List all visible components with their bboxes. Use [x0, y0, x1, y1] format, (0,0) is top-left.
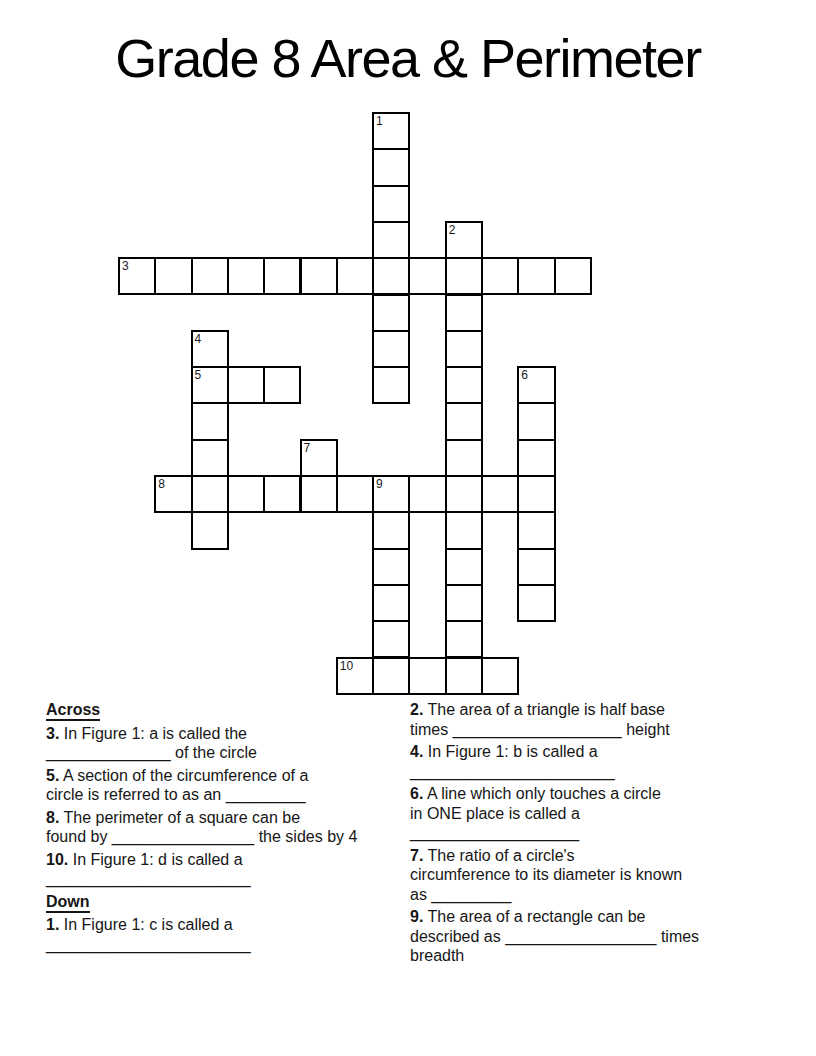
crossword-cell[interactable]: 10	[336, 657, 374, 695]
clue-item-number: 10.	[46, 851, 68, 868]
crossword-cell[interactable]	[445, 402, 483, 440]
clue-number: 10	[340, 659, 353, 673]
crossword-cell[interactable]	[263, 257, 301, 295]
clue-item-text: The area of a rectangle can be described…	[410, 908, 699, 964]
crossword-cell[interactable]: 3	[118, 257, 156, 295]
clue-item-number: 5.	[46, 767, 59, 784]
clue-item-10: 10. In Figure 1: d is called a _________…	[46, 850, 398, 889]
crossword-grid: 12345678910	[0, 0, 816, 700]
clue-item-number: 3.	[46, 725, 59, 742]
clues-across-header: Across	[46, 700, 398, 720]
clue-item-text: The ratio of a circle's circumference to…	[410, 847, 682, 903]
clue-item-number: 8.	[46, 809, 59, 826]
crossword-cell[interactable]	[445, 330, 483, 368]
crossword-cell[interactable]	[336, 257, 374, 295]
crossword-cell[interactable]	[191, 439, 229, 477]
crossword-cell[interactable]	[227, 366, 265, 404]
clue-item-number: 9.	[410, 908, 423, 925]
crossword-cell[interactable]	[408, 257, 446, 295]
clues-column-left: Across3. In Figure 1: a is called the __…	[46, 700, 398, 957]
clue-item-number: 1.	[46, 916, 59, 933]
clue-item-4: 4. In Figure 1: b is called a __________…	[410, 742, 800, 781]
crossword-cell[interactable]: 4	[191, 330, 229, 368]
crossword-cell[interactable]	[481, 475, 519, 513]
clue-item-text: In Figure 1: a is called the ___________…	[46, 725, 257, 762]
clue-number: 1	[376, 114, 383, 128]
clues-column-right: 2. The area of a triangle is half base t…	[410, 700, 800, 969]
crossword-cell[interactable]	[517, 475, 555, 513]
clue-item-7: 7. The ratio of a circle's circumference…	[410, 846, 800, 905]
clue-item-3: 3. In Figure 1: a is called the ________…	[46, 724, 398, 763]
crossword-cell[interactable]	[517, 439, 555, 477]
crossword-cell[interactable]	[336, 475, 374, 513]
crossword-cell[interactable]: 5	[191, 366, 229, 404]
crossword-cell[interactable]	[372, 657, 410, 695]
crossword-cell[interactable]	[372, 148, 410, 186]
clue-item-1: 1. In Figure 1: c is called a __________…	[46, 915, 398, 954]
crossword-cell[interactable]: 1	[372, 112, 410, 150]
crossword-cell[interactable]	[445, 294, 483, 332]
crossword-cell[interactable]	[191, 257, 229, 295]
clue-number: 2	[449, 223, 456, 237]
crossword-cell[interactable]	[445, 257, 483, 295]
crossword-cell[interactable]: 2	[445, 221, 483, 259]
crossword-cell[interactable]	[445, 584, 483, 622]
crossword-cell[interactable]	[445, 439, 483, 477]
crossword-cell[interactable]: 8	[154, 475, 192, 513]
crossword-cell[interactable]	[154, 257, 192, 295]
crossword-cell[interactable]	[191, 402, 229, 440]
crossword-cell[interactable]	[517, 402, 555, 440]
crossword-cell[interactable]	[445, 548, 483, 586]
clue-number: 8	[158, 477, 165, 491]
clues-down-header: Down	[46, 892, 398, 912]
crossword-cell[interactable]	[191, 475, 229, 513]
crossword-cell[interactable]: 7	[300, 439, 338, 477]
crossword-cell[interactable]	[517, 548, 555, 586]
crossword-cell[interactable]	[372, 620, 410, 658]
crossword-cell[interactable]	[263, 366, 301, 404]
clue-item-5: 5. A section of the circumference of a c…	[46, 766, 398, 805]
crossword-cell[interactable]	[372, 548, 410, 586]
crossword-cell[interactable]	[300, 475, 338, 513]
clue-number: 3	[122, 259, 129, 273]
crossword-cell[interactable]	[372, 257, 410, 295]
crossword-cell[interactable]	[300, 257, 338, 295]
crossword-cell[interactable]	[372, 366, 410, 404]
clue-number: 4	[195, 332, 202, 346]
clue-number: 5	[195, 368, 202, 382]
crossword-cell[interactable]	[372, 221, 410, 259]
clue-item-8: 8. The perimeter of a square can be foun…	[46, 808, 398, 847]
clue-item-9: 9. The area of a rectangle can be descri…	[410, 907, 800, 966]
crossword-cell[interactable]	[372, 584, 410, 622]
clue-item-text: The perimeter of a square can be found b…	[46, 809, 357, 846]
crossword-cell[interactable]	[408, 657, 446, 695]
clue-item-text: In Figure 1: c is called a _____________…	[46, 916, 251, 953]
crossword-cell[interactable]	[263, 475, 301, 513]
crossword-cell[interactable]: 9	[372, 475, 410, 513]
crossword-cell[interactable]	[372, 330, 410, 368]
clue-item-text: In Figure 1: b is called a _____________…	[410, 743, 615, 780]
crossword-cell[interactable]	[445, 475, 483, 513]
clue-item-number: 4.	[410, 743, 423, 760]
clue-item-2: 2. The area of a triangle is half base t…	[410, 700, 800, 739]
crossword-cell[interactable]	[408, 475, 446, 513]
crossword-cell[interactable]	[517, 257, 555, 295]
clue-item-text: A line which only touches a circle in ON…	[410, 785, 661, 841]
clue-item-number: 2.	[410, 701, 423, 718]
crossword-cell[interactable]	[372, 294, 410, 332]
crossword-cell[interactable]	[445, 511, 483, 549]
crossword-cell[interactable]	[191, 511, 229, 549]
clue-number: 6	[521, 368, 528, 382]
crossword-cell[interactable]	[445, 620, 483, 658]
clue-item-text: In Figure 1: d is called a _____________…	[46, 851, 251, 888]
clue-item-text: The area of a triangle is half base time…	[410, 701, 670, 738]
crossword-cell[interactable]	[481, 657, 519, 695]
crossword-cell[interactable]	[517, 584, 555, 622]
clue-number: 7	[304, 441, 311, 455]
crossword-cell[interactable]	[445, 366, 483, 404]
crossword-cell[interactable]	[372, 185, 410, 223]
clue-item-number: 6.	[410, 785, 423, 802]
crossword-cell[interactable]	[554, 257, 592, 295]
crossword-cell[interactable]	[517, 511, 555, 549]
clue-number: 9	[376, 477, 383, 491]
clue-item-6: 6. A line which only touches a circle in…	[410, 784, 800, 843]
crossword-cell[interactable]: 6	[517, 366, 555, 404]
clue-item-text: A section of the circumference of a circ…	[46, 767, 308, 804]
crossword-cell[interactable]	[481, 257, 519, 295]
crossword-cell[interactable]	[227, 475, 265, 513]
crossword-cell[interactable]	[227, 257, 265, 295]
crossword-cell[interactable]	[372, 511, 410, 549]
crossword-cell[interactable]	[445, 657, 483, 695]
clue-item-number: 7.	[410, 847, 423, 864]
